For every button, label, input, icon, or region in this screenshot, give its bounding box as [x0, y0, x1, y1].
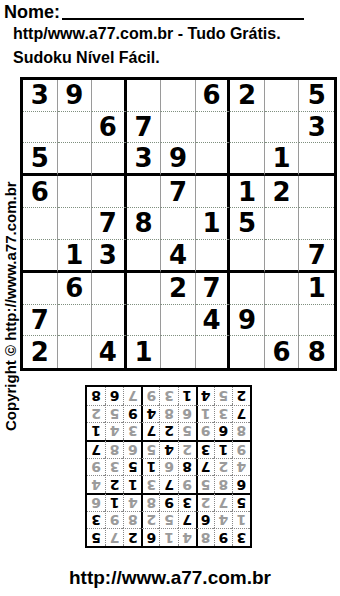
cell-r8c3[interactable] [92, 305, 127, 337]
cell-r9c2[interactable] [58, 336, 93, 368]
cell-r9c4[interactable]: 1 [127, 336, 162, 368]
cell-r3c4[interactable]: 3 [127, 143, 162, 176]
cell-r5c9[interactable] [299, 208, 334, 240]
solution-cell-r7c5: 2 [159, 422, 177, 440]
cell-r6c4[interactable] [127, 240, 162, 273]
solution-cell-r8c5: 8 [159, 405, 177, 423]
cell-r1c1[interactable]: 3 [23, 80, 58, 112]
solution-cell-r7c7: 3 [123, 422, 141, 440]
cell-r9c8[interactable]: 6 [265, 336, 300, 368]
cell-r8c6[interactable]: 4 [196, 305, 231, 337]
footer-url: http://www.a77.com.br [0, 567, 340, 589]
solution-cell-r5c3: 7 [196, 458, 214, 476]
solution-cell-r9c6: 9 [141, 387, 159, 405]
cell-r3c7[interactable] [230, 143, 265, 176]
solution-cell-r1c3: 8 [196, 528, 214, 546]
solution-cell-r9c2: 5 [214, 387, 232, 405]
copyright-vertical-text: Copyright © http://www.a77.com.br [2, 181, 19, 431]
cell-r7c1[interactable] [23, 273, 58, 305]
cell-r3c2[interactable] [58, 143, 93, 176]
solution-cell-r1c1: 3 [232, 528, 250, 546]
solution-cell-r1c6: 6 [141, 528, 159, 546]
solution-cell-r4c3: 5 [196, 475, 214, 493]
solution-cell-r2c1: 1 [232, 511, 250, 529]
cell-r7c5[interactable]: 2 [161, 273, 196, 305]
cell-r8c4[interactable] [127, 305, 162, 337]
cell-r3c1[interactable]: 5 [23, 143, 58, 176]
solution-cell-r4c4: 9 [178, 475, 196, 493]
solution-cell-r6c7: 6 [123, 440, 141, 458]
solution-cell-r9c7: 7 [123, 387, 141, 405]
solution-cell-r7c3: 9 [196, 422, 214, 440]
cell-r8c2[interactable] [58, 305, 93, 337]
solution-cell-r3c5: 9 [159, 493, 177, 511]
cell-r6c1[interactable] [23, 240, 58, 273]
cell-r4c6[interactable] [196, 176, 231, 208]
cell-r2c2[interactable] [58, 112, 93, 144]
cell-r5c6[interactable]: 1 [196, 208, 231, 240]
cell-r6c8[interactable] [265, 240, 300, 273]
cell-r1c3[interactable] [92, 80, 127, 112]
solution-cell-r8c8: 5 [105, 405, 123, 423]
name-label: Nome: [4, 2, 60, 22]
cell-r5c7[interactable]: 5 [230, 208, 265, 240]
solution-cell-r3c3: 2 [196, 493, 214, 511]
solution-cell-r9c4: 1 [178, 387, 196, 405]
solution-cell-r3c9: 6 [87, 493, 105, 511]
solution-cell-r8c7: 9 [123, 405, 141, 423]
solution-cell-r5c2: 2 [214, 458, 232, 476]
site-title: http/www.a77.com.br - Tudo Grátis. [13, 25, 281, 43]
solution-cell-r8c4: 6 [178, 405, 196, 423]
solution-cell-r7c8: 4 [105, 422, 123, 440]
cell-r2c8[interactable] [265, 112, 300, 144]
solution-cell-r5c4: 8 [178, 458, 196, 476]
solution-cell-r5c8: 3 [105, 458, 123, 476]
solution-cell-r3c6: 8 [141, 493, 159, 511]
solution-cell-r6c8: 8 [105, 440, 123, 458]
solution-cell-r2c4: 7 [178, 511, 196, 529]
solution-cell-r2c5: 5 [159, 511, 177, 529]
solution-cell-r6c2: 1 [214, 440, 232, 458]
solution-cell-r7c9: 1 [87, 422, 105, 440]
solution-cell-r4c9: 4 [87, 475, 105, 493]
sudoku-print-page: Nome: http/www.a77.com.br - Tudo Grátis.… [0, 0, 340, 596]
cell-r8c8[interactable] [265, 305, 300, 337]
cell-r3c8[interactable]: 1 [265, 143, 300, 176]
cell-r3c9[interactable] [299, 143, 334, 176]
solution-cell-r2c6: 2 [141, 511, 159, 529]
cell-r1c8[interactable] [265, 80, 300, 112]
cell-r1c4[interactable] [127, 80, 162, 112]
cell-r3c5[interactable]: 9 [161, 143, 196, 176]
cell-r6c2[interactable]: 1 [58, 240, 93, 273]
cell-r1c2[interactable]: 9 [58, 80, 93, 112]
solution-cell-r5c9: 9 [87, 458, 105, 476]
cell-r8c5[interactable] [161, 305, 196, 337]
cell-r2c3[interactable]: 6 [92, 112, 127, 144]
cell-r5c1[interactable] [23, 208, 58, 240]
solution-cell-r9c8: 6 [105, 387, 123, 405]
cell-r7c3[interactable] [92, 273, 127, 305]
cell-r2c5[interactable] [161, 112, 196, 144]
solution-cell-r3c1: 5 [232, 493, 250, 511]
cell-r3c3[interactable] [92, 143, 127, 176]
cell-r7c6[interactable]: 7 [196, 273, 231, 305]
cell-r8c7[interactable]: 9 [230, 305, 265, 337]
solution-cell-r5c7: 5 [123, 458, 141, 476]
solution-cell-r3c8: 1 [105, 493, 123, 511]
solution-cell-r5c1: 4 [232, 458, 250, 476]
solution-cell-r7c6: 7 [141, 422, 159, 440]
cell-r4c8[interactable]: 2 [265, 176, 300, 208]
solution-cell-r9c1: 2 [232, 387, 250, 405]
cell-r6c3[interactable]: 3 [92, 240, 127, 273]
name-row: Nome: [4, 2, 304, 22]
solution-cell-r8c2: 3 [214, 405, 232, 423]
cell-r4c2[interactable] [58, 176, 93, 208]
cell-r9c3[interactable]: 4 [92, 336, 127, 368]
solution-cell-r2c8: 9 [105, 511, 123, 529]
solution-cell-r2c9: 3 [87, 511, 105, 529]
cell-r5c3[interactable]: 7 [92, 208, 127, 240]
solution-cell-r6c4: 2 [178, 440, 196, 458]
cell-r6c9[interactable]: 7 [299, 240, 334, 273]
cell-r4c5[interactable]: 7 [161, 176, 196, 208]
cell-r4c4[interactable] [127, 176, 162, 208]
solution-cell-r6c6: 5 [141, 440, 159, 458]
solution-cell-r4c5: 7 [159, 475, 177, 493]
puzzle-level-title: Sudoku Nível Fácil. [13, 49, 160, 67]
solution-cell-r8c1: 7 [232, 405, 250, 423]
cell-r1c7[interactable]: 2 [230, 80, 265, 112]
solution-cell-r4c2: 8 [214, 475, 232, 493]
cell-r4c3[interactable] [92, 176, 127, 208]
solution-cell-r2c3: 6 [196, 511, 214, 529]
cell-r8c9[interactable] [299, 305, 334, 337]
cell-r9c6[interactable] [196, 336, 231, 368]
cell-r7c9[interactable]: 1 [299, 273, 334, 305]
solution-cell-r3c4: 3 [178, 493, 196, 511]
cell-r7c7[interactable] [230, 273, 265, 305]
solution-cell-r4c8: 2 [105, 475, 123, 493]
cell-r4c9[interactable] [299, 176, 334, 208]
cell-r1c5[interactable] [161, 80, 196, 112]
cell-r7c8[interactable] [265, 273, 300, 305]
solution-cell-r8c6: 4 [141, 405, 159, 423]
solution-cell-r2c2: 4 [214, 511, 232, 529]
solution-cell-r7c1: 8 [232, 422, 250, 440]
solution-cell-r1c5: 1 [159, 528, 177, 546]
solution-cell-r6c5: 4 [159, 440, 177, 458]
cell-r8c1[interactable]: 7 [23, 305, 58, 337]
cell-r5c2[interactable] [58, 208, 93, 240]
sudoku-puzzle-grid: 396256735391671278151347627174924168 [20, 77, 337, 371]
cell-r6c6[interactable] [196, 240, 231, 273]
cell-r3c6[interactable] [196, 143, 231, 176]
solution-cell-r1c2: 9 [214, 528, 232, 546]
solution-cell-r3c7: 4 [123, 493, 141, 511]
solution-cell-r6c9: 7 [87, 440, 105, 458]
solution-cell-r9c5: 3 [159, 387, 177, 405]
cell-r2c7[interactable] [230, 112, 265, 144]
solution-cell-r1c4: 4 [178, 528, 196, 546]
cell-r1c6[interactable]: 6 [196, 80, 231, 112]
cell-r9c5[interactable] [161, 336, 196, 368]
solution-cell-r9c3: 4 [196, 387, 214, 405]
cell-r9c9[interactable]: 8 [299, 336, 334, 368]
cell-r6c7[interactable] [230, 240, 265, 273]
solution-cell-r9c9: 8 [87, 387, 105, 405]
cell-r7c2[interactable]: 6 [58, 273, 93, 305]
solution-cell-r1c7: 2 [123, 528, 141, 546]
solution-cell-r1c9: 5 [87, 528, 105, 546]
solution-cell-r5c6: 1 [141, 458, 159, 476]
cell-r5c5[interactable] [161, 208, 196, 240]
cell-r2c9[interactable]: 3 [299, 112, 334, 144]
solution-cell-r8c9: 2 [87, 405, 105, 423]
solution-cell-r3c2: 7 [214, 493, 232, 511]
solution-cell-r8c3: 1 [196, 405, 214, 423]
solution-cell-r6c3: 3 [196, 440, 214, 458]
cell-r4c1[interactable]: 6 [23, 176, 58, 208]
solution-cell-r7c4: 5 [178, 422, 196, 440]
cell-r4c7[interactable]: 1 [230, 176, 265, 208]
sudoku-solution-grid-upside-down: 3984162751467528935723984166859731244278… [85, 385, 252, 548]
solution-cell-r4c1: 6 [232, 475, 250, 493]
solution-cell-r4c6: 3 [141, 475, 159, 493]
cell-r2c1[interactable] [23, 112, 58, 144]
solution-cell-r4c7: 1 [123, 475, 141, 493]
name-blank-line [62, 2, 304, 20]
cell-r2c6[interactable] [196, 112, 231, 144]
cell-r5c4[interactable]: 8 [127, 208, 162, 240]
cell-r5c8[interactable] [265, 208, 300, 240]
cell-r7c4[interactable] [127, 273, 162, 305]
solution-cell-r7c2: 6 [214, 422, 232, 440]
cell-r2c4[interactable]: 7 [127, 112, 162, 144]
solution-cell-r1c8: 7 [105, 528, 123, 546]
cell-r9c7[interactable] [230, 336, 265, 368]
cell-r9c1[interactable]: 2 [23, 336, 58, 368]
cell-r6c5[interactable]: 4 [161, 240, 196, 273]
cell-r1c9[interactable]: 5 [299, 80, 334, 112]
solution-cell-r2c7: 8 [123, 511, 141, 529]
solution-cell-r6c1: 9 [232, 440, 250, 458]
solution-cell-r5c5: 6 [159, 458, 177, 476]
